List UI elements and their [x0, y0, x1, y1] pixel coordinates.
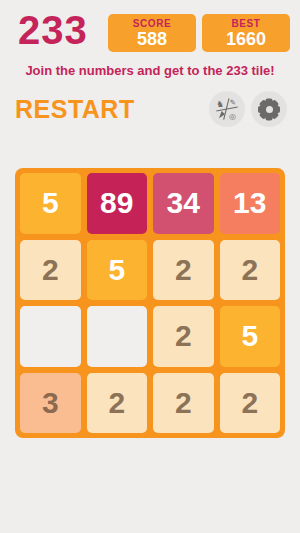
header: 233 SCORE 588 BEST 1660: [0, 0, 300, 52]
page-title: 233: [18, 8, 88, 52]
tile-2: 2: [153, 373, 214, 434]
tile-2: 2: [220, 240, 281, 301]
tile-2: 2: [220, 373, 281, 434]
score-badges: SCORE 588 BEST 1660: [108, 14, 290, 52]
games-button[interactable]: ♞ ✎ ◎: [209, 91, 245, 127]
tile-2: 2: [153, 306, 214, 367]
app-root: 233 SCORE 588 BEST 1660 Join the numbers…: [0, 0, 300, 533]
best-value: 1660: [226, 30, 266, 49]
knight-glyph: ♞: [216, 99, 224, 109]
settings-gear-icon: [257, 97, 281, 121]
empty-cell: [20, 306, 81, 367]
target-glyph: ◎: [229, 112, 236, 121]
board[interactable]: 58934132522253222: [15, 168, 285, 438]
games-icon: ♞ ✎ ◎: [215, 97, 239, 121]
tile-3: 3: [20, 373, 81, 434]
toolbar: RESTART ♞ ✎ ◎: [0, 91, 300, 127]
score-badge: SCORE 588: [108, 14, 196, 52]
best-label: BEST: [231, 18, 260, 30]
tile-5: 5: [20, 173, 81, 234]
restart-button[interactable]: RESTART: [15, 95, 135, 124]
tile-2: 2: [87, 373, 148, 434]
tile-2: 2: [20, 240, 81, 301]
tile-5: 5: [220, 306, 281, 367]
tile-34: 34: [153, 173, 214, 234]
tile-13: 13: [220, 173, 281, 234]
pencil-glyph: ✎: [230, 98, 236, 107]
toolbar-icons: ♞ ✎ ◎: [209, 91, 287, 127]
tile-2: 2: [153, 240, 214, 301]
tile-5: 5: [87, 240, 148, 301]
settings-button[interactable]: [251, 91, 287, 127]
score-value: 588: [137, 30, 167, 49]
goal-subtitle: Join the numbers and get to the 233 tile…: [0, 63, 300, 78]
best-badge: BEST 1660: [202, 14, 290, 52]
tile-89: 89: [87, 173, 148, 234]
empty-cell: [87, 306, 148, 367]
score-label: SCORE: [133, 18, 172, 30]
